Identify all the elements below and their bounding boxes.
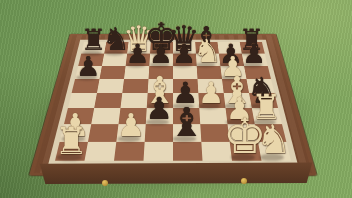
square-b6[interactable]: [99, 66, 125, 79]
square-b1[interactable]: [84, 142, 116, 161]
square-e8[interactable]: [173, 42, 196, 54]
square-c4[interactable]: [120, 93, 147, 108]
square-e6[interactable]: [173, 66, 197, 79]
square-a6[interactable]: [75, 66, 102, 79]
square-a8[interactable]: [81, 42, 106, 54]
square-c2[interactable]: [116, 124, 145, 141]
square-f3[interactable]: [199, 108, 227, 124]
square-d7[interactable]: [149, 54, 173, 66]
square-e2[interactable]: [173, 124, 201, 141]
square-g4[interactable]: [223, 93, 251, 108]
square-h7[interactable]: [241, 54, 267, 66]
square-h5[interactable]: [246, 79, 274, 93]
square-a5[interactable]: [71, 79, 99, 93]
square-h8[interactable]: [239, 42, 264, 54]
square-e7[interactable]: [173, 54, 197, 66]
square-g6[interactable]: [220, 66, 246, 79]
square-b8[interactable]: [104, 42, 128, 54]
square-h1[interactable]: [258, 142, 291, 161]
square-g8[interactable]: [217, 42, 241, 54]
square-h2[interactable]: [254, 124, 286, 141]
brass-knob: [241, 178, 247, 184]
square-c1[interactable]: [114, 142, 145, 161]
square-g3[interactable]: [225, 108, 254, 124]
square-f6[interactable]: [196, 66, 221, 79]
chess-board-grid[interactable]: [55, 42, 291, 161]
square-e5[interactable]: [173, 79, 198, 93]
square-a2[interactable]: [59, 124, 91, 141]
square-g7[interactable]: [218, 54, 243, 66]
square-b7[interactable]: [101, 54, 126, 66]
brass-knob: [102, 180, 108, 186]
square-a1[interactable]: [55, 142, 88, 161]
square-a4[interactable]: [67, 93, 96, 108]
square-c3[interactable]: [118, 108, 146, 124]
square-h3[interactable]: [251, 108, 281, 124]
square-d2[interactable]: [144, 124, 172, 141]
square-f4[interactable]: [198, 93, 225, 108]
square-f7[interactable]: [195, 54, 219, 66]
square-b5[interactable]: [96, 79, 123, 93]
square-a7[interactable]: [78, 54, 104, 66]
square-d1[interactable]: [143, 142, 172, 161]
square-c8[interactable]: [127, 42, 151, 54]
square-a3[interactable]: [63, 108, 93, 124]
square-d8[interactable]: [150, 42, 173, 54]
square-f8[interactable]: [195, 42, 219, 54]
square-h4[interactable]: [249, 93, 278, 108]
square-d4[interactable]: [146, 93, 172, 108]
square-c5[interactable]: [122, 79, 148, 93]
chess-scene: ♜♞♛♚♛♝♜♟♟♟♞♟♟♟♟♝♟♟♝♞♟♟♜♟♟♝♜♚♞: [0, 0, 352, 198]
square-b4[interactable]: [94, 93, 122, 108]
square-g5[interactable]: [221, 79, 248, 93]
square-h6[interactable]: [244, 66, 271, 79]
square-g2[interactable]: [227, 124, 257, 141]
square-d3[interactable]: [145, 108, 172, 124]
square-e3[interactable]: [173, 108, 200, 124]
square-d5[interactable]: [147, 79, 172, 93]
square-g1[interactable]: [229, 142, 261, 161]
square-c6[interactable]: [124, 66, 149, 79]
square-e1[interactable]: [173, 142, 202, 161]
square-d6[interactable]: [148, 66, 172, 79]
square-c7[interactable]: [125, 54, 149, 66]
square-f5[interactable]: [197, 79, 223, 93]
square-b3[interactable]: [91, 108, 120, 124]
board-front-edge: [37, 160, 315, 186]
square-f1[interactable]: [201, 142, 232, 161]
square-b2[interactable]: [87, 124, 117, 141]
square-f2[interactable]: [200, 124, 229, 141]
square-e4[interactable]: [173, 93, 199, 108]
